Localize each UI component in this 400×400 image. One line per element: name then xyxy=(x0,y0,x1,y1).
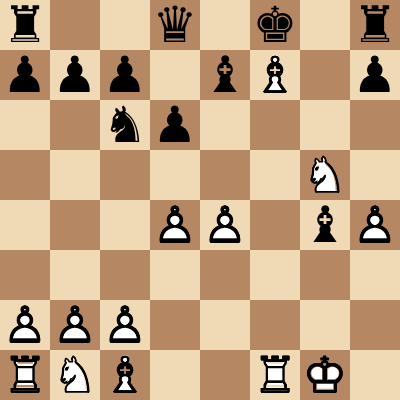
square-g4[interactable]: ♝ xyxy=(300,200,350,250)
piece-white-rook: ♜ xyxy=(0,350,50,400)
piece-black-pawn: ♟ xyxy=(350,50,400,100)
square-h7[interactable]: ♟ xyxy=(350,50,400,100)
piece-black-pawn: ♟ xyxy=(50,50,100,100)
square-e6[interactable] xyxy=(200,100,250,150)
piece-white-pawn: ♟ xyxy=(350,200,400,250)
square-f3[interactable] xyxy=(250,250,300,300)
square-c1[interactable]: ♝♗ xyxy=(100,350,150,400)
square-e3[interactable] xyxy=(200,250,250,300)
square-c6[interactable]: ♞ xyxy=(100,100,150,150)
square-a5[interactable] xyxy=(0,150,50,200)
piece-outline-white-bishop: ♗ xyxy=(100,350,150,400)
square-d4[interactable]: ♟♙ xyxy=(150,200,200,250)
square-g3[interactable] xyxy=(300,250,350,300)
square-g6[interactable] xyxy=(300,100,350,150)
piece-outline-white-pawn: ♙ xyxy=(200,200,250,250)
piece-outline-white-bishop: ♗ xyxy=(250,50,300,100)
square-c8[interactable] xyxy=(100,0,150,50)
square-h5[interactable] xyxy=(350,150,400,200)
square-d3[interactable] xyxy=(150,250,200,300)
square-b3[interactable] xyxy=(50,250,100,300)
piece-outline-white-knight: ♘ xyxy=(50,350,100,400)
square-f8[interactable]: ♚ xyxy=(250,0,300,50)
square-g8[interactable] xyxy=(300,0,350,50)
square-a6[interactable] xyxy=(0,100,50,150)
square-d8[interactable]: ♛ xyxy=(150,0,200,50)
square-e5[interactable] xyxy=(200,150,250,200)
square-f2[interactable] xyxy=(250,300,300,350)
piece-black-knight: ♞ xyxy=(100,100,150,150)
square-h3[interactable] xyxy=(350,250,400,300)
piece-black-rook: ♜ xyxy=(350,0,400,50)
piece-black-bishop: ♝ xyxy=(200,50,250,100)
square-f1[interactable]: ♜♖ xyxy=(250,350,300,400)
square-e8[interactable] xyxy=(200,0,250,50)
piece-white-pawn: ♟ xyxy=(50,300,100,350)
piece-white-pawn: ♟ xyxy=(0,300,50,350)
square-c7[interactable]: ♟ xyxy=(100,50,150,100)
square-d2[interactable] xyxy=(150,300,200,350)
square-b8[interactable] xyxy=(50,0,100,50)
square-f6[interactable] xyxy=(250,100,300,150)
square-d1[interactable] xyxy=(150,350,200,400)
square-b5[interactable] xyxy=(50,150,100,200)
square-g7[interactable] xyxy=(300,50,350,100)
square-a3[interactable] xyxy=(0,250,50,300)
square-d5[interactable] xyxy=(150,150,200,200)
piece-outline-white-pawn: ♙ xyxy=(350,200,400,250)
square-h4[interactable]: ♟♙ xyxy=(350,200,400,250)
square-a2[interactable]: ♟♙ xyxy=(0,300,50,350)
piece-black-pawn: ♟ xyxy=(100,50,150,100)
piece-outline-white-rook: ♖ xyxy=(0,350,50,400)
piece-outline-white-rook: ♖ xyxy=(250,350,300,400)
piece-black-rook: ♜ xyxy=(0,0,50,50)
piece-white-bishop: ♝ xyxy=(250,50,300,100)
chess-board: ♜♛♚♜♟♟♟♝♝♗♟♞♟♞♘♟♙♟♙♝♟♙♟♙♟♙♟♙♜♖♞♘♝♗♜♖♚♔ xyxy=(0,0,400,400)
square-f4[interactable] xyxy=(250,200,300,250)
square-h8[interactable]: ♜ xyxy=(350,0,400,50)
piece-white-pawn: ♟ xyxy=(100,300,150,350)
piece-black-king: ♚ xyxy=(250,0,300,50)
piece-outline-white-pawn: ♙ xyxy=(0,300,50,350)
square-b7[interactable]: ♟ xyxy=(50,50,100,100)
square-h1[interactable] xyxy=(350,350,400,400)
square-d7[interactable] xyxy=(150,50,200,100)
square-f7[interactable]: ♝♗ xyxy=(250,50,300,100)
piece-white-king: ♚ xyxy=(300,350,350,400)
piece-outline-white-king: ♔ xyxy=(300,350,350,400)
square-h6[interactable] xyxy=(350,100,400,150)
piece-white-knight: ♞ xyxy=(50,350,100,400)
square-e2[interactable] xyxy=(200,300,250,350)
square-a1[interactable]: ♜♖ xyxy=(0,350,50,400)
piece-white-pawn: ♟ xyxy=(150,200,200,250)
square-b4[interactable] xyxy=(50,200,100,250)
piece-outline-white-knight: ♘ xyxy=(300,150,350,200)
square-h2[interactable] xyxy=(350,300,400,350)
square-a8[interactable]: ♜ xyxy=(0,0,50,50)
square-e7[interactable]: ♝ xyxy=(200,50,250,100)
square-a7[interactable]: ♟ xyxy=(0,50,50,100)
square-f5[interactable] xyxy=(250,150,300,200)
piece-white-pawn: ♟ xyxy=(200,200,250,250)
piece-white-bishop: ♝ xyxy=(100,350,150,400)
piece-outline-white-pawn: ♙ xyxy=(100,300,150,350)
piece-black-pawn: ♟ xyxy=(0,50,50,100)
piece-white-rook: ♜ xyxy=(250,350,300,400)
square-b2[interactable]: ♟♙ xyxy=(50,300,100,350)
square-g2[interactable] xyxy=(300,300,350,350)
square-e1[interactable] xyxy=(200,350,250,400)
square-d6[interactable]: ♟ xyxy=(150,100,200,150)
square-c3[interactable] xyxy=(100,250,150,300)
piece-black-pawn: ♟ xyxy=(150,100,200,150)
square-b6[interactable] xyxy=(50,100,100,150)
piece-white-knight: ♞ xyxy=(300,150,350,200)
square-e4[interactable]: ♟♙ xyxy=(200,200,250,250)
piece-black-queen: ♛ xyxy=(150,0,200,50)
square-g5[interactable]: ♞♘ xyxy=(300,150,350,200)
square-c5[interactable] xyxy=(100,150,150,200)
square-c2[interactable]: ♟♙ xyxy=(100,300,150,350)
square-b1[interactable]: ♞♘ xyxy=(50,350,100,400)
piece-black-bishop: ♝ xyxy=(300,200,350,250)
piece-outline-white-pawn: ♙ xyxy=(50,300,100,350)
square-g1[interactable]: ♚♔ xyxy=(300,350,350,400)
square-c4[interactable] xyxy=(100,200,150,250)
square-a4[interactable] xyxy=(0,200,50,250)
piece-outline-white-pawn: ♙ xyxy=(150,200,200,250)
